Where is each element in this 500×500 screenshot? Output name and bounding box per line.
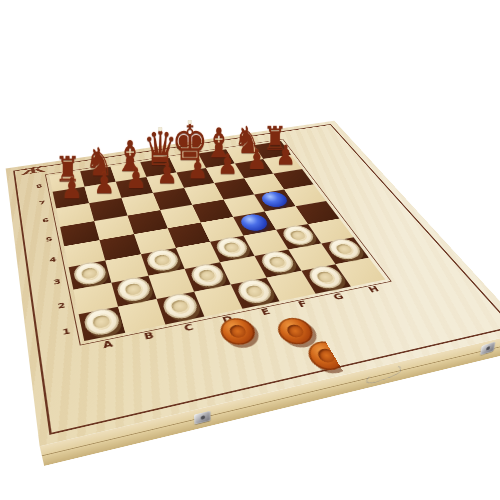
loose-checker-cream xyxy=(355,213,395,235)
square-e5 xyxy=(192,200,233,223)
square-a1 xyxy=(79,307,126,341)
chess-piece-pawn: ♟ xyxy=(52,175,92,203)
metal-latch-icon xyxy=(480,342,495,356)
checker-blue xyxy=(238,213,271,233)
loose-checker-amber xyxy=(273,315,319,347)
square-f2 xyxy=(255,250,302,278)
loose-checker-amber xyxy=(322,163,357,181)
square-b2 xyxy=(111,276,156,307)
loose-checker-amber xyxy=(385,218,426,241)
checker-white xyxy=(144,247,181,273)
white-finial xyxy=(158,127,162,132)
product-photo-scene: Ж 87654321 ABCDEFGH ♜♞♝♛♚♝♞♜♟♟♟♟♟♟♟♟ xyxy=(0,0,500,500)
loose-checker-amber xyxy=(303,338,351,373)
square-h4 xyxy=(296,201,340,224)
metal-latch-icon xyxy=(194,411,211,425)
loose-checker-amber xyxy=(363,194,401,215)
white-finial xyxy=(188,120,192,125)
square-b1 xyxy=(118,299,165,333)
loose-checker-amber xyxy=(216,315,260,347)
game-box: Ж 87654321 ABCDEFGH ♜♞♝♛♚♝♞♜♟♟♟♟♟♟♟♟ xyxy=(6,121,500,447)
checker-white xyxy=(304,264,347,291)
